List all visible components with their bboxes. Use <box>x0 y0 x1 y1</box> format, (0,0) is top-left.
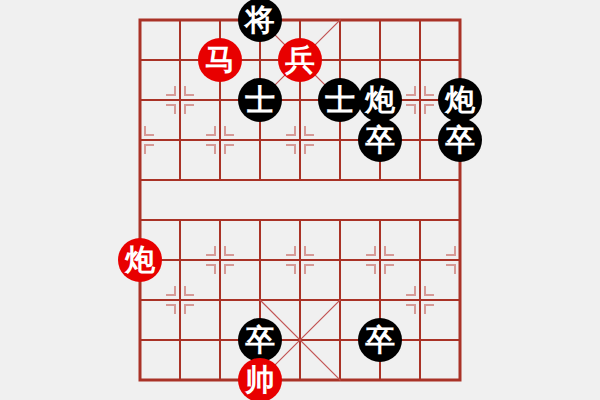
board-point-2-1: 马 <box>200 40 240 80</box>
black-cannon-piece[interactable]: 炮 <box>358 78 402 122</box>
board-point-5-2: 士 <box>320 80 360 120</box>
board-point-4-1: 兵 <box>280 40 320 80</box>
red-general-piece[interactable]: 帅 <box>238 358 282 400</box>
board-point-3-0: 将 <box>240 0 280 40</box>
board-point-3-8: 卒 <box>240 320 280 360</box>
black-soldier-piece[interactable]: 卒 <box>358 318 402 362</box>
black-advisor-piece[interactable]: 士 <box>238 78 282 122</box>
black-cannon-piece[interactable]: 炮 <box>438 78 482 122</box>
board-point-3-9: 帅 <box>240 360 280 400</box>
board-point-6-3: 卒 <box>360 120 400 160</box>
board-point-8-2: 炮 <box>440 80 480 120</box>
red-horse-piece[interactable]: 马 <box>198 38 242 82</box>
xiangqi-board: 将马兵士士炮炮卒卒炮卒卒帅 <box>120 0 480 400</box>
red-cannon-piece[interactable]: 炮 <box>118 238 162 282</box>
board-point-6-8: 卒 <box>360 320 400 360</box>
board-point-6-2: 炮 <box>360 80 400 120</box>
black-soldier-piece[interactable]: 卒 <box>438 118 482 162</box>
board-point-8-3: 卒 <box>440 120 480 160</box>
board-point-0-6: 炮 <box>120 240 160 280</box>
red-soldier-piece[interactable]: 兵 <box>278 38 322 82</box>
xiangqi-app-screen: 将马兵士士炮炮卒卒炮卒卒帅 <box>0 0 600 400</box>
black-soldier-piece[interactable]: 卒 <box>358 118 402 162</box>
black-general-piece[interactable]: 将 <box>238 0 282 42</box>
board-point-3-2: 士 <box>240 80 280 120</box>
piece-grid: 将马兵士士炮炮卒卒炮卒卒帅 <box>120 0 480 400</box>
black-soldier-piece[interactable]: 卒 <box>238 318 282 362</box>
black-advisor-piece[interactable]: 士 <box>318 78 362 122</box>
